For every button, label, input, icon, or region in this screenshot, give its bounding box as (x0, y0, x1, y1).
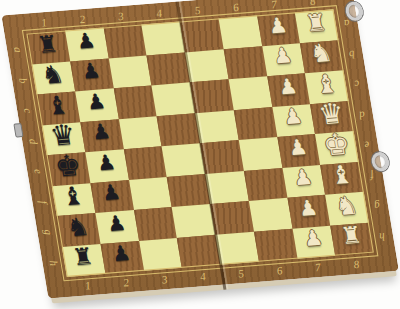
square-c7[interactable]: ♟ (267, 73, 310, 106)
rank-label-bottom-7: 7 (297, 256, 339, 279)
square-c4[interactable] (152, 82, 195, 115)
square-d4[interactable] (157, 113, 200, 146)
square-e3[interactable] (123, 146, 166, 179)
square-f3[interactable] (128, 177, 171, 210)
rank-label-bottom-1: 1 (67, 274, 109, 297)
square-e2[interactable]: ♟ (85, 149, 128, 182)
square-c5[interactable] (190, 79, 233, 112)
black-pawn[interactable]: ♟ (75, 30, 97, 52)
square-a7[interactable]: ♟ (257, 12, 300, 45)
square-g5[interactable] (210, 201, 253, 234)
white-queen[interactable]: ♛ (317, 99, 346, 129)
square-e6[interactable] (238, 137, 281, 170)
square-e4[interactable] (162, 143, 205, 176)
rank-label-bottom-5: 5 (220, 262, 262, 285)
square-f6[interactable] (244, 167, 287, 200)
file-label-right-g: g (364, 190, 391, 222)
square-h7[interactable]: ♟ (292, 225, 335, 258)
white-pawn[interactable]: ♟ (292, 167, 314, 189)
rank-label-bottom-8: 8 (335, 253, 377, 276)
photo-background: 12345678a♜♟♟♜ab♞♟♟♞bc♝♟♟♝cd♛♟♟♛de♚♟♟♚ef♝… (0, 0, 400, 309)
square-h6[interactable] (254, 228, 297, 261)
square-e7[interactable]: ♟ (277, 134, 320, 167)
black-queen[interactable]: ♛ (48, 121, 77, 151)
square-a2[interactable]: ♟ (65, 28, 108, 61)
black-pawn[interactable]: ♟ (80, 61, 102, 83)
board-wrap: 12345678a♜♟♟♜ab♞♟♟♞bc♝♟♟♝cd♛♟♟♛de♚♟♟♚ef♝… (1, 0, 399, 299)
square-h8[interactable]: ♜ (330, 222, 373, 255)
white-knight[interactable]: ♞ (308, 40, 334, 67)
square-c2[interactable]: ♟ (75, 88, 118, 121)
square-g1[interactable]: ♞ (57, 213, 100, 246)
square-c6[interactable] (228, 76, 271, 109)
chess-board: 12345678a♜♟♟♜ab♞♟♟♞bc♝♟♟♝cd♛♟♟♛de♚♟♟♚ef♝… (1, 0, 399, 299)
white-pawn[interactable]: ♟ (287, 137, 309, 159)
square-h5[interactable] (215, 231, 258, 264)
square-c3[interactable] (113, 85, 156, 118)
square-a1[interactable]: ♜ (26, 31, 69, 64)
square-f4[interactable] (167, 174, 210, 207)
file-label-right-d: d (349, 99, 376, 131)
white-rook[interactable]: ♜ (339, 224, 363, 249)
black-pawn[interactable]: ♟ (95, 152, 117, 174)
square-d2[interactable]: ♟ (80, 119, 123, 152)
white-bishop[interactable]: ♝ (328, 162, 354, 189)
square-d7[interactable]: ♟ (272, 104, 315, 137)
square-e1[interactable]: ♚ (47, 152, 90, 185)
square-b1[interactable]: ♞ (32, 61, 75, 94)
square-a5[interactable] (180, 18, 223, 51)
square-b2[interactable]: ♟ (70, 58, 113, 91)
white-pawn[interactable]: ♟ (267, 15, 289, 37)
black-bishop[interactable]: ♝ (45, 92, 71, 119)
square-b4[interactable] (147, 52, 190, 85)
black-king[interactable]: ♚ (53, 151, 84, 182)
square-h3[interactable] (139, 237, 182, 270)
white-bishop[interactable]: ♝ (313, 71, 339, 98)
square-f2[interactable]: ♟ (90, 180, 133, 213)
rank-label-bottom-2: 2 (105, 271, 147, 294)
square-a8[interactable]: ♜ (295, 9, 338, 42)
square-e8[interactable]: ♚ (315, 131, 358, 164)
square-b5[interactable] (185, 49, 228, 82)
white-pawn[interactable]: ♟ (272, 45, 294, 67)
square-g3[interactable] (134, 207, 177, 240)
square-g4[interactable] (172, 204, 215, 237)
square-h2[interactable]: ♟ (100, 240, 143, 273)
square-b6[interactable] (223, 46, 266, 79)
square-d6[interactable] (233, 107, 276, 140)
square-a4[interactable] (142, 22, 185, 55)
square-g6[interactable] (249, 198, 292, 231)
white-pawn[interactable]: ♟ (302, 228, 324, 250)
square-f5[interactable] (205, 171, 248, 204)
black-pawn[interactable]: ♟ (100, 182, 122, 204)
file-label-right-c: c (343, 68, 370, 100)
black-rook[interactable]: ♜ (71, 245, 95, 270)
white-pawn[interactable]: ♟ (297, 197, 319, 219)
black-rook[interactable]: ♜ (36, 32, 60, 57)
file-label-right-h: h (369, 220, 396, 252)
black-pawn[interactable]: ♟ (90, 121, 112, 143)
square-f1[interactable]: ♝ (52, 183, 95, 216)
square-b3[interactable] (108, 55, 151, 88)
white-knight[interactable]: ♞ (333, 192, 359, 219)
black-knight[interactable]: ♞ (65, 213, 91, 240)
square-g8[interactable]: ♞ (325, 192, 368, 225)
black-knight[interactable]: ♞ (40, 61, 66, 88)
square-b8[interactable]: ♞ (300, 40, 343, 73)
frame-corner (45, 277, 70, 299)
rank-label-bottom-4: 4 (182, 265, 224, 288)
square-e5[interactable] (200, 140, 243, 173)
square-d3[interactable] (118, 116, 161, 149)
square-d5[interactable] (195, 110, 238, 143)
black-pawn[interactable]: ♟ (105, 213, 127, 235)
white-king[interactable]: ♚ (321, 129, 352, 160)
square-h4[interactable] (177, 234, 220, 267)
square-g7[interactable]: ♟ (287, 195, 330, 228)
square-h1[interactable]: ♜ (62, 243, 105, 276)
file-label-right-b: b (338, 38, 365, 70)
square-b7[interactable]: ♟ (262, 43, 305, 76)
frame-corner (374, 251, 399, 273)
rank-label-bottom-3: 3 (144, 268, 186, 291)
square-f7[interactable]: ♟ (282, 164, 325, 197)
white-pawn[interactable]: ♟ (277, 76, 299, 98)
black-bishop[interactable]: ♝ (60, 183, 86, 210)
white-pawn[interactable]: ♟ (282, 106, 304, 128)
black-pawn[interactable]: ♟ (85, 91, 107, 113)
square-g2[interactable]: ♟ (95, 210, 138, 243)
square-a3[interactable] (103, 25, 146, 58)
rank-label-bottom-6: 6 (259, 259, 301, 282)
square-a6[interactable] (218, 15, 261, 48)
black-pawn[interactable]: ♟ (110, 243, 132, 265)
square-f8[interactable]: ♝ (320, 161, 363, 194)
white-rook[interactable]: ♜ (304, 11, 328, 36)
